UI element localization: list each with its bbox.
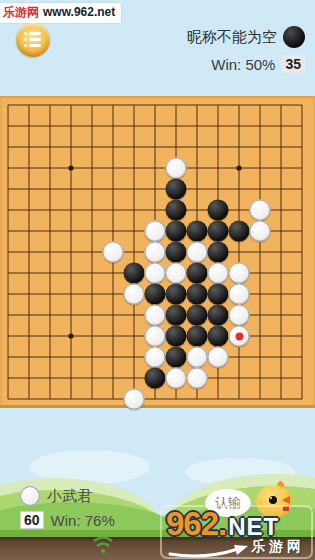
stone-white [166, 368, 187, 389]
opponent-level-badge: 35 [281, 55, 305, 73]
menu-button[interactable] [16, 23, 50, 57]
stone-black [166, 242, 187, 263]
stone-white [103, 242, 124, 263]
star-point [68, 333, 73, 338]
opponent-name: 昵称不能为空 [187, 28, 277, 47]
stone-white [250, 200, 271, 221]
swoosh-arrow-icon [168, 543, 252, 559]
stone-white [250, 221, 271, 242]
stone-black [145, 368, 166, 389]
stone-black [208, 221, 229, 242]
stone-black [145, 284, 166, 305]
stone-white [145, 305, 166, 326]
logo-number: 962. [166, 507, 226, 540]
stone-black [187, 284, 208, 305]
stone-white [166, 158, 187, 179]
stone-black [208, 200, 229, 221]
stone-black [166, 200, 187, 221]
stone-white [187, 242, 208, 263]
opponent-win-rate: Win: 50% [211, 56, 275, 73]
stone-white [229, 284, 250, 305]
stone-black [166, 179, 187, 200]
stone-white [145, 347, 166, 368]
star-point [236, 165, 241, 170]
stone-white [208, 347, 229, 368]
logo-net: NET [228, 513, 279, 541]
black-stone-icon [283, 26, 305, 48]
stone-white [229, 326, 250, 347]
star-point [68, 165, 73, 170]
stone-black [166, 347, 187, 368]
stone-white [187, 347, 208, 368]
stone-black [208, 284, 229, 305]
stone-black [166, 305, 187, 326]
stone-black [166, 284, 187, 305]
stone-black [208, 242, 229, 263]
opponent-info: 昵称不能为空 Win: 50% 35 [187, 26, 305, 73]
gomoku-app-screen: 乐游网www.962.net 昵称不能为空 Win: 50% 35 [0, 0, 315, 560]
player-level-badge: 60 [20, 511, 44, 529]
logo-site-name: 乐游网 [251, 538, 305, 556]
stone-black [187, 263, 208, 284]
stone-white [145, 221, 166, 242]
gomoku-board[interactable] [0, 96, 315, 408]
stone-black [229, 221, 250, 242]
stone-white [208, 263, 229, 284]
player-win-rate: Win: 76% [51, 512, 115, 529]
last-move-marker [235, 332, 243, 340]
stone-white [229, 263, 250, 284]
chick-beak-icon [282, 496, 290, 504]
site-watermark: 乐游网www.962.net [0, 3, 121, 23]
stone-white [124, 284, 145, 305]
wifi-signal-icon [92, 536, 114, 553]
player-info: 小武君 60 Win: 76% [20, 486, 115, 529]
site-watermark-url: www.962.net [43, 5, 115, 19]
stone-black [166, 326, 187, 347]
stone-black [208, 305, 229, 326]
list-menu-icon [24, 32, 41, 47]
site-watermark-name: 乐游网 [3, 5, 39, 19]
stone-white [124, 389, 145, 410]
stone-black [208, 326, 229, 347]
stone-white [187, 368, 208, 389]
stone-white [145, 263, 166, 284]
chick-eye-icon [269, 496, 277, 504]
player-name: 小武君 [47, 487, 92, 506]
white-stone-icon [20, 486, 40, 506]
stone-black [124, 263, 145, 284]
stone-black [187, 221, 208, 242]
stone-black [187, 326, 208, 347]
962net-logo-watermark: 962. NET 乐游网 [160, 505, 313, 559]
stone-white [166, 263, 187, 284]
stone-black [166, 221, 187, 242]
stone-black [187, 305, 208, 326]
stone-white [229, 305, 250, 326]
stone-white [145, 326, 166, 347]
stone-white [145, 242, 166, 263]
